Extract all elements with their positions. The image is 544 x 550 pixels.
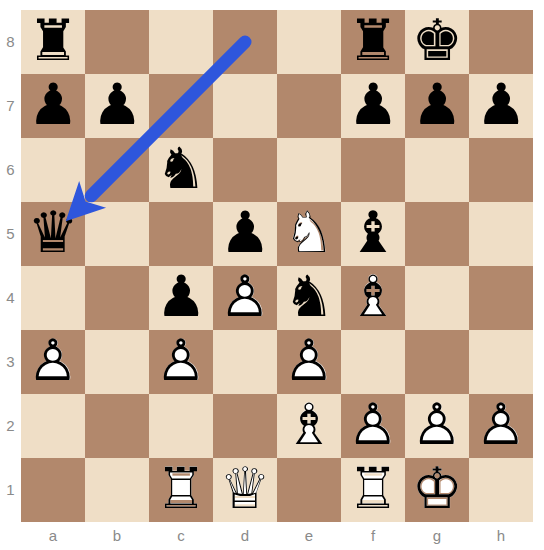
piece-fill: ♞ [277,204,341,261]
piece-fill: ♛ [213,460,277,517]
rank-label-7: 7 [0,74,21,138]
file-label-b: b [85,524,149,548]
square-d6[interactable] [213,138,277,202]
piece-outline: ♘ [277,204,341,261]
black-rook[interactable]: ♜ [21,10,85,74]
piece-fill: ♟ [213,268,277,325]
square-h6[interactable] [469,138,533,202]
square-c6[interactable]: ♞ [149,138,213,202]
square-e6[interactable] [277,138,341,202]
square-a5[interactable]: ♛ [21,202,85,266]
piece-glyph: ♟ [469,76,533,133]
square-a8[interactable]: ♜ [21,10,85,74]
rank-label-2: 2 [0,394,21,458]
square-h7[interactable]: ♟ [469,74,533,138]
white-pawn[interactable]: ♟♙ [405,394,469,458]
black-knight[interactable]: ♞ [277,266,341,330]
square-h4[interactable] [469,266,533,330]
square-b1[interactable] [85,458,149,522]
black-queen[interactable]: ♛ [21,202,85,266]
square-a4[interactable] [21,266,85,330]
square-c7[interactable] [149,74,213,138]
square-e2[interactable]: ♝♗ [277,394,341,458]
square-e7[interactable] [277,74,341,138]
white-pawn[interactable]: ♟♙ [277,330,341,394]
square-a2[interactable] [21,394,85,458]
square-f4[interactable]: ♝♗ [341,266,405,330]
file-labels: abcdefgh [21,524,533,548]
piece-outline: ♗ [277,396,341,453]
square-g5[interactable] [405,202,469,266]
piece-glyph: ♞ [277,268,341,325]
square-d7[interactable] [213,74,277,138]
piece-fill: ♟ [21,332,85,389]
square-c5[interactable] [149,202,213,266]
piece-outline: ♙ [21,332,85,389]
square-f2[interactable]: ♟♙ [341,394,405,458]
piece-glyph: ♟ [85,76,149,133]
square-g8[interactable]: ♚ [405,10,469,74]
square-g2[interactable]: ♟♙ [405,394,469,458]
square-h2[interactable]: ♟♙ [469,394,533,458]
rank-label-1: 1 [0,458,21,522]
piece-outline: ♗ [341,268,405,325]
white-knight[interactable]: ♞♘ [277,202,341,266]
white-queen[interactable]: ♛♕ [213,458,277,522]
piece-fill: ♟ [149,332,213,389]
square-f6[interactable] [341,138,405,202]
square-b8[interactable] [85,10,149,74]
black-pawn[interactable]: ♟ [85,74,149,138]
file-label-g: g [405,524,469,548]
piece-fill: ♝ [341,268,405,325]
black-king[interactable]: ♚ [405,10,469,74]
square-b4[interactable] [85,266,149,330]
file-label-a: a [21,524,85,548]
piece-glyph: ♝ [341,204,405,261]
square-e5[interactable]: ♞♘ [277,202,341,266]
square-g7[interactable]: ♟ [405,74,469,138]
white-king[interactable]: ♚♔ [405,458,469,522]
piece-glyph: ♟ [341,76,405,133]
square-f5[interactable]: ♝ [341,202,405,266]
white-pawn[interactable]: ♟♙ [149,330,213,394]
black-pawn[interactable]: ♟ [405,74,469,138]
square-a1[interactable] [21,458,85,522]
white-bishop[interactable]: ♝♗ [341,266,405,330]
piece-fill: ♜ [149,460,213,517]
white-pawn[interactable]: ♟♙ [21,330,85,394]
black-pawn[interactable]: ♟ [149,266,213,330]
rank-label-3: 3 [0,330,21,394]
file-label-f: f [341,524,405,548]
chess-board[interactable]: ♜♜♚♟♟♟♟♟♞♛♟♞♘♝♟♟♙♞♝♗♟♙♟♙♟♙♝♗♟♙♟♙♟♙♜♖♛♕♜♖… [21,10,533,522]
square-g6[interactable] [405,138,469,202]
square-a3[interactable]: ♟♙ [21,330,85,394]
piece-glyph: ♟ [405,76,469,133]
piece-glyph: ♟ [149,268,213,325]
piece-outline: ♙ [149,332,213,389]
square-e3[interactable]: ♟♙ [277,330,341,394]
piece-outline: ♙ [341,396,405,453]
square-d3[interactable] [213,330,277,394]
square-e4[interactable]: ♞ [277,266,341,330]
piece-fill: ♜ [341,460,405,517]
square-b3[interactable] [85,330,149,394]
square-h8[interactable] [469,10,533,74]
square-b7[interactable]: ♟ [85,74,149,138]
white-pawn[interactable]: ♟♙ [213,266,277,330]
square-h3[interactable] [469,330,533,394]
black-pawn[interactable]: ♟ [213,202,277,266]
piece-glyph: ♜ [21,12,85,69]
piece-glyph: ♟ [213,204,277,261]
file-label-c: c [149,524,213,548]
piece-outline: ♕ [213,460,277,517]
piece-outline: ♙ [213,268,277,325]
piece-fill: ♟ [277,332,341,389]
piece-fill: ♟ [341,396,405,453]
piece-glyph: ♞ [149,140,213,197]
rank-label-5: 5 [0,202,21,266]
square-d2[interactable] [213,394,277,458]
square-b6[interactable] [85,138,149,202]
black-pawn[interactable]: ♟ [341,74,405,138]
square-h5[interactable] [469,202,533,266]
piece-outline: ♖ [149,460,213,517]
square-e1[interactable] [277,458,341,522]
white-pawn[interactable]: ♟♙ [469,394,533,458]
white-rook[interactable]: ♜♖ [341,458,405,522]
piece-fill: ♚ [405,460,469,517]
square-d8[interactable] [213,10,277,74]
square-c4[interactable]: ♟ [149,266,213,330]
square-d4[interactable]: ♟♙ [213,266,277,330]
piece-outline: ♙ [405,396,469,453]
square-f3[interactable] [341,330,405,394]
square-c1[interactable]: ♜♖ [149,458,213,522]
square-f1[interactable]: ♜♖ [341,458,405,522]
black-pawn[interactable]: ♟ [469,74,533,138]
rank-label-8: 8 [0,10,21,74]
square-b5[interactable] [85,202,149,266]
square-e8[interactable] [277,10,341,74]
piece-glyph: ♟ [21,76,85,133]
square-d1[interactable]: ♛♕ [213,458,277,522]
piece-fill: ♝ [277,396,341,453]
piece-outline: ♙ [469,396,533,453]
rank-label-6: 6 [0,138,21,202]
square-a6[interactable] [21,138,85,202]
square-c3[interactable]: ♟♙ [149,330,213,394]
square-g1[interactable]: ♚♔ [405,458,469,522]
piece-glyph: ♛ [21,204,85,261]
piece-fill: ♟ [405,396,469,453]
square-f7[interactable]: ♟ [341,74,405,138]
square-c2[interactable] [149,394,213,458]
rank-labels: 87654321 [0,10,21,522]
black-knight[interactable]: ♞ [149,138,213,202]
white-bishop[interactable]: ♝♗ [277,394,341,458]
piece-outline: ♙ [277,332,341,389]
chess-diagram: 87654321 ♜♜♚♟♟♟♟♟♞♛♟♞♘♝♟♟♙♞♝♗♟♙♟♙♟♙♝♗♟♙♟… [0,0,544,550]
square-b2[interactable] [85,394,149,458]
piece-outline: ♖ [341,460,405,517]
square-h1[interactable] [469,458,533,522]
square-g4[interactable] [405,266,469,330]
square-d5[interactable]: ♟ [213,202,277,266]
black-bishop[interactable]: ♝ [341,202,405,266]
piece-glyph: ♜ [341,12,405,69]
file-label-d: d [213,524,277,548]
black-rook[interactable]: ♜ [341,10,405,74]
square-g3[interactable] [405,330,469,394]
piece-glyph: ♚ [405,12,469,69]
square-c8[interactable] [149,10,213,74]
piece-outline: ♔ [405,460,469,517]
white-pawn[interactable]: ♟♙ [341,394,405,458]
black-pawn[interactable]: ♟ [21,74,85,138]
rank-label-4: 4 [0,266,21,330]
square-f8[interactable]: ♜ [341,10,405,74]
file-label-h: h [469,524,533,548]
white-rook[interactable]: ♜♖ [149,458,213,522]
piece-fill: ♟ [469,396,533,453]
file-label-e: e [277,524,341,548]
square-a7[interactable]: ♟ [21,74,85,138]
